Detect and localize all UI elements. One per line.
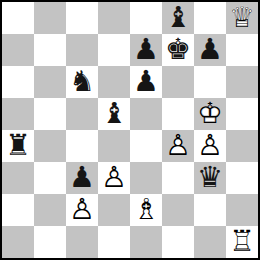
white-rook-outline: ♖ — [226, 226, 258, 258]
chess-board-frame: ♝♛♕♟♚♟♞♟♝♚♔♜♟♙♟♙♟♟♙♛♟♙♝♗♜♖ — [0, 0, 260, 260]
square-e1[interactable] — [130, 226, 162, 258]
square-g5[interactable]: ♚♔ — [194, 98, 226, 130]
square-f2[interactable] — [162, 194, 194, 226]
square-d1[interactable] — [98, 226, 130, 258]
square-f5[interactable] — [162, 98, 194, 130]
square-a2[interactable] — [2, 194, 34, 226]
square-c7[interactable] — [66, 34, 98, 66]
white-pawn[interactable]: ♟♙ — [194, 130, 226, 162]
square-g2[interactable] — [194, 194, 226, 226]
square-a3[interactable] — [2, 162, 34, 194]
square-a1[interactable] — [2, 226, 34, 258]
square-h4[interactable] — [226, 130, 258, 162]
square-e3[interactable] — [130, 162, 162, 194]
black-pawn-glyph: ♟ — [130, 34, 162, 66]
square-f3[interactable] — [162, 162, 194, 194]
white-bishop-outline: ♗ — [130, 194, 162, 226]
square-d4[interactable] — [98, 130, 130, 162]
black-rook[interactable]: ♜ — [2, 130, 34, 162]
square-a5[interactable] — [2, 98, 34, 130]
square-c3[interactable]: ♟ — [66, 162, 98, 194]
square-h6[interactable] — [226, 66, 258, 98]
square-b3[interactable] — [34, 162, 66, 194]
black-queen[interactable]: ♛ — [194, 162, 226, 194]
square-a7[interactable] — [2, 34, 34, 66]
square-e4[interactable] — [130, 130, 162, 162]
square-a8[interactable] — [2, 2, 34, 34]
square-f7[interactable]: ♚ — [162, 34, 194, 66]
black-king[interactable]: ♚ — [162, 34, 194, 66]
square-e7[interactable]: ♟ — [130, 34, 162, 66]
square-g6[interactable] — [194, 66, 226, 98]
black-bishop[interactable]: ♝ — [98, 98, 130, 130]
white-pawn[interactable]: ♟♙ — [66, 194, 98, 226]
white-rook[interactable]: ♜♖ — [226, 226, 258, 258]
white-king[interactable]: ♚♔ — [194, 98, 226, 130]
square-h1[interactable]: ♜♖ — [226, 226, 258, 258]
white-pawn[interactable]: ♟♙ — [98, 162, 130, 194]
white-pawn-outline: ♙ — [194, 130, 226, 162]
white-queen-outline: ♕ — [226, 2, 258, 34]
square-d6[interactable] — [98, 66, 130, 98]
white-pawn-outline: ♙ — [162, 130, 194, 162]
black-knight[interactable]: ♞ — [66, 66, 98, 98]
square-b8[interactable] — [34, 2, 66, 34]
square-d5[interactable]: ♝ — [98, 98, 130, 130]
black-knight-glyph: ♞ — [66, 66, 98, 98]
white-bishop[interactable]: ♝♗ — [130, 194, 162, 226]
white-king-outline: ♔ — [194, 98, 226, 130]
black-king-glyph: ♚ — [162, 34, 194, 66]
black-rook-glyph: ♜ — [2, 130, 34, 162]
black-pawn[interactable]: ♟ — [194, 34, 226, 66]
square-h2[interactable] — [226, 194, 258, 226]
square-f8[interactable]: ♝ — [162, 2, 194, 34]
square-g4[interactable]: ♟♙ — [194, 130, 226, 162]
square-h5[interactable] — [226, 98, 258, 130]
square-b1[interactable] — [34, 226, 66, 258]
square-e8[interactable] — [130, 2, 162, 34]
square-g3[interactable]: ♛ — [194, 162, 226, 194]
black-bishop-glyph: ♝ — [98, 98, 130, 130]
square-g8[interactable] — [194, 2, 226, 34]
square-c8[interactable] — [66, 2, 98, 34]
black-pawn-glyph: ♟ — [130, 66, 162, 98]
black-queen-glyph: ♛ — [194, 162, 226, 194]
black-pawn[interactable]: ♟ — [130, 34, 162, 66]
square-d2[interactable] — [98, 194, 130, 226]
square-b4[interactable] — [34, 130, 66, 162]
square-b7[interactable] — [34, 34, 66, 66]
square-h8[interactable]: ♛♕ — [226, 2, 258, 34]
square-b5[interactable] — [34, 98, 66, 130]
square-d3[interactable]: ♟♙ — [98, 162, 130, 194]
square-d7[interactable] — [98, 34, 130, 66]
square-a6[interactable] — [2, 66, 34, 98]
square-b2[interactable] — [34, 194, 66, 226]
square-h3[interactable] — [226, 162, 258, 194]
square-c5[interactable] — [66, 98, 98, 130]
black-pawn[interactable]: ♟ — [66, 162, 98, 194]
square-e2[interactable]: ♝♗ — [130, 194, 162, 226]
white-queen[interactable]: ♛♕ — [226, 2, 258, 34]
black-pawn-glyph: ♟ — [194, 34, 226, 66]
square-c4[interactable] — [66, 130, 98, 162]
square-a4[interactable]: ♜ — [2, 130, 34, 162]
square-g1[interactable] — [194, 226, 226, 258]
square-f6[interactable] — [162, 66, 194, 98]
square-c1[interactable] — [66, 226, 98, 258]
black-bishop[interactable]: ♝ — [162, 2, 194, 34]
square-b6[interactable] — [34, 66, 66, 98]
white-pawn[interactable]: ♟♙ — [162, 130, 194, 162]
square-e5[interactable] — [130, 98, 162, 130]
black-pawn[interactable]: ♟ — [130, 66, 162, 98]
square-f1[interactable] — [162, 226, 194, 258]
square-g7[interactable]: ♟ — [194, 34, 226, 66]
black-bishop-glyph: ♝ — [162, 2, 194, 34]
square-c6[interactable]: ♞ — [66, 66, 98, 98]
square-h7[interactable] — [226, 34, 258, 66]
square-c2[interactable]: ♟♙ — [66, 194, 98, 226]
white-pawn-outline: ♙ — [66, 194, 98, 226]
chess-board: ♝♛♕♟♚♟♞♟♝♚♔♜♟♙♟♙♟♟♙♛♟♙♝♗♜♖ — [2, 2, 258, 258]
square-d8[interactable] — [98, 2, 130, 34]
square-e6[interactable]: ♟ — [130, 66, 162, 98]
square-f4[interactable]: ♟♙ — [162, 130, 194, 162]
white-pawn-outline: ♙ — [98, 162, 130, 194]
black-pawn-glyph: ♟ — [66, 162, 98, 194]
